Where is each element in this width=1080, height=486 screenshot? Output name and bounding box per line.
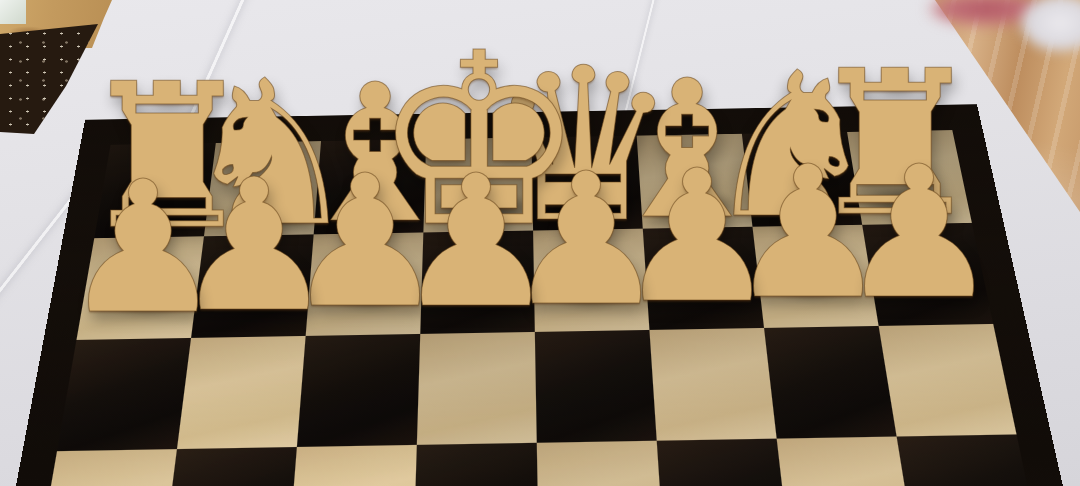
piece-white-pawn-d7[interactable]: ♟ [385,151,567,333]
piece-white-pawn-a7[interactable]: ♟ [52,157,234,339]
square-h5[interactable] [897,434,1043,486]
piece-white-pawn-h7[interactable]: ♟ [828,142,1010,324]
square-b5[interactable] [161,447,296,486]
square-c5[interactable] [287,445,417,486]
plastic-wrap [0,0,26,24]
square-f5[interactable] [657,439,791,486]
square-d5[interactable] [413,443,539,486]
square-a6[interactable] [57,338,191,451]
square-d6[interactable] [417,332,537,445]
square-g6[interactable] [764,326,897,439]
square-g5[interactable] [777,437,917,486]
square-e5[interactable] [537,441,665,486]
square-f6[interactable] [649,328,776,441]
chess-set-photo: ♜♞♝♚♛♝♞♜♟♟♟♟♟♟♟♟ [0,0,1080,486]
square-h6[interactable] [879,324,1017,437]
square-a5[interactable] [36,449,177,486]
